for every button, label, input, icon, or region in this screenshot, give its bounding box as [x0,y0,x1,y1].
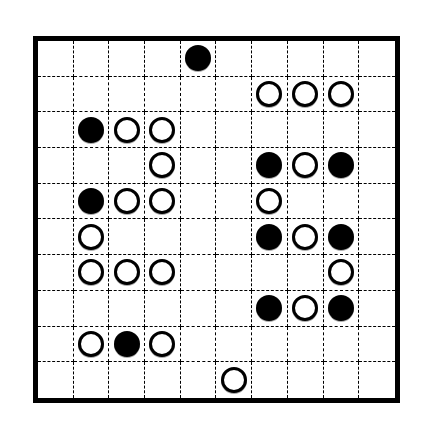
board-cell-r1c9[interactable] [359,77,395,113]
board-cell-r8c5[interactable] [216,327,252,363]
board-cell-r9c9[interactable] [359,362,395,398]
board-cell-r8c4[interactable] [181,327,217,363]
white-pearl-icon [256,81,282,107]
board-cell-r6c7[interactable] [288,255,324,291]
board-cell-r1c2[interactable] [109,77,145,113]
board-cell-r6c0[interactable] [38,255,74,291]
board-cell-r7c4[interactable] [181,291,217,327]
board-cell-r2c9[interactable] [359,112,395,148]
board-cell-r5c3[interactable] [145,219,181,255]
board-cell-r1c8[interactable] [324,77,360,113]
board-cell-r3c0[interactable] [38,148,74,184]
black-pearl-icon [78,188,104,214]
board-cell-r0c2[interactable] [109,41,145,77]
white-pearl-icon [78,224,104,250]
board-cell-r9c4[interactable] [181,362,217,398]
board-cell-r5c5[interactable] [216,219,252,255]
board-cell-r3c9[interactable] [359,148,395,184]
board-cell-r7c6[interactable] [252,291,288,327]
board-cell-r5c6[interactable] [252,219,288,255]
board-cell-r4c2[interactable] [109,184,145,220]
board-cell-r2c0[interactable] [38,112,74,148]
board-cell-r6c6[interactable] [252,255,288,291]
board-cell-r0c8[interactable] [324,41,360,77]
white-pearl-icon [149,188,175,214]
page [0,0,430,437]
black-pearl-icon [256,224,282,250]
white-pearl-icon [328,81,354,107]
board-cell-r4c5[interactable] [216,184,252,220]
board-cell-r5c4[interactable] [181,219,217,255]
white-pearl-icon [78,331,104,357]
board-cell-r0c9[interactable] [359,41,395,77]
board-cell-r2c1[interactable] [74,112,110,148]
board-cell-r8c7[interactable] [288,327,324,363]
board-cell-r6c1[interactable] [74,255,110,291]
white-pearl-icon [256,188,282,214]
board-cell-r8c9[interactable] [359,327,395,363]
board-cell-r8c3[interactable] [145,327,181,363]
board-cell-r6c8[interactable] [324,255,360,291]
white-pearl-icon [114,188,140,214]
black-pearl-icon [328,224,354,250]
board-cell-r6c3[interactable] [145,255,181,291]
white-pearl-icon [149,117,175,143]
board-cell-r4c8[interactable] [324,184,360,220]
board-cell-r2c2[interactable] [109,112,145,148]
board-cell-r9c7[interactable] [288,362,324,398]
board-cell-r4c3[interactable] [145,184,181,220]
board-cell-r7c3[interactable] [145,291,181,327]
board-cell-r0c4[interactable] [181,41,217,77]
board-cell-r0c5[interactable] [216,41,252,77]
board-cell-r9c0[interactable] [38,362,74,398]
white-pearl-icon [114,117,140,143]
board-cell-r9c1[interactable] [74,362,110,398]
board-cell-r4c7[interactable] [288,184,324,220]
board-cell-r2c8[interactable] [324,112,360,148]
board-cell-r3c8[interactable] [324,148,360,184]
board-cell-r2c3[interactable] [145,112,181,148]
black-pearl-icon [328,295,354,321]
white-pearl-icon [114,259,140,285]
board-cell-r1c3[interactable] [145,77,181,113]
white-pearl-icon [221,367,247,393]
white-pearl-icon [292,152,318,178]
board-cell-r5c7[interactable] [288,219,324,255]
board-cell-r3c6[interactable] [252,148,288,184]
board-cell-r5c0[interactable] [38,219,74,255]
board-cell-r1c6[interactable] [252,77,288,113]
white-pearl-icon [292,295,318,321]
board-cell-r3c1[interactable] [74,148,110,184]
board-cell-r5c1[interactable] [74,219,110,255]
white-pearl-icon [78,259,104,285]
board-cell-r2c4[interactable] [181,112,217,148]
board-cell-r3c5[interactable] [216,148,252,184]
board-cell-r0c0[interactable] [38,41,74,77]
white-pearl-icon [149,259,175,285]
board-cell-r8c2[interactable] [109,327,145,363]
white-pearl-icon [149,331,175,357]
board-cell-r6c9[interactable] [359,255,395,291]
board-cell-r1c5[interactable] [216,77,252,113]
board-cell-r3c7[interactable] [288,148,324,184]
board-cell-r3c3[interactable] [145,148,181,184]
board-cell-r2c7[interactable] [288,112,324,148]
board-cell-r8c8[interactable] [324,327,360,363]
board-cell-r8c1[interactable] [74,327,110,363]
black-pearl-icon [256,152,282,178]
board-cell-r5c8[interactable] [324,219,360,255]
board-cell-r4c1[interactable] [74,184,110,220]
board-cell-r9c5[interactable] [216,362,252,398]
board-cell-r9c8[interactable] [324,362,360,398]
board-cell-r1c0[interactable] [38,77,74,113]
board-cell-r8c0[interactable] [38,327,74,363]
board-cell-r1c1[interactable] [74,77,110,113]
black-pearl-icon [256,295,282,321]
board-cell-r2c5[interactable] [216,112,252,148]
white-pearl-icon [328,259,354,285]
board-cell-r0c1[interactable] [74,41,110,77]
black-pearl-icon [185,45,211,71]
masyu-board [33,36,400,403]
board-cell-r6c4[interactable] [181,255,217,291]
white-pearl-icon [292,81,318,107]
board-cell-r9c2[interactable] [109,362,145,398]
board-cell-r2c6[interactable] [252,112,288,148]
board-cell-r7c7[interactable] [288,291,324,327]
board-cell-r3c2[interactable] [109,148,145,184]
board-cell-r9c3[interactable] [145,362,181,398]
board-cell-r5c2[interactable] [109,219,145,255]
board-cell-r0c6[interactable] [252,41,288,77]
board-cell-r7c8[interactable] [324,291,360,327]
black-pearl-icon [78,117,104,143]
board-cell-r4c9[interactable] [359,184,395,220]
black-pearl-icon [114,331,140,357]
board-cell-r1c7[interactable] [288,77,324,113]
white-pearl-icon [292,224,318,250]
black-pearl-icon [328,152,354,178]
white-pearl-icon [149,152,175,178]
board-cell-r0c7[interactable] [288,41,324,77]
board-cell-r4c4[interactable] [181,184,217,220]
board-cell-r1c4[interactable] [181,77,217,113]
board-cell-r8c6[interactable] [252,327,288,363]
board-cell-r7c5[interactable] [216,291,252,327]
board-cell-r4c0[interactable] [38,184,74,220]
board-cell-r4c6[interactable] [252,184,288,220]
board-cell-r6c5[interactable] [216,255,252,291]
board-cell-r6c2[interactable] [109,255,145,291]
board-cell-r7c9[interactable] [359,291,395,327]
board-cell-r9c6[interactable] [252,362,288,398]
board-cell-r7c1[interactable] [74,291,110,327]
board-cell-r0c3[interactable] [145,41,181,77]
board-cell-r7c2[interactable] [109,291,145,327]
board-cell-r7c0[interactable] [38,291,74,327]
board-cell-r3c4[interactable] [181,148,217,184]
board-cell-r5c9[interactable] [359,219,395,255]
